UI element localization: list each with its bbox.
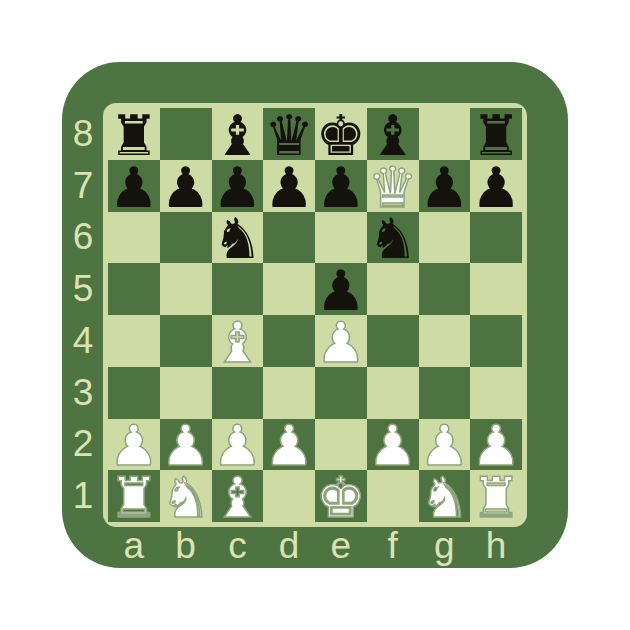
- square-g6[interactable]: [419, 212, 471, 264]
- square-a8[interactable]: ♜: [108, 108, 160, 160]
- square-g1[interactable]: ♞: [419, 470, 471, 522]
- square-b7[interactable]: ♟: [160, 160, 212, 212]
- black-pawn-e7: ♟: [316, 160, 366, 212]
- white-knight-b1: ♞: [161, 470, 211, 522]
- white-bishop-c1: ♝: [212, 470, 262, 522]
- square-e3[interactable]: [315, 367, 367, 419]
- black-rook-h8: ♜: [471, 108, 521, 160]
- square-b4[interactable]: [160, 315, 212, 367]
- square-d6[interactable]: [263, 212, 315, 264]
- square-h8[interactable]: ♜: [470, 108, 522, 160]
- square-f3[interactable]: [367, 367, 419, 419]
- file-label-d: d: [263, 525, 315, 567]
- white-pawn-d2: ♟: [264, 419, 314, 471]
- square-c1[interactable]: ♝: [212, 470, 264, 522]
- square-e4[interactable]: ♟: [315, 315, 367, 367]
- square-b5[interactable]: [160, 263, 212, 315]
- square-e6[interactable]: [315, 212, 367, 264]
- black-pawn-b7: ♟: [161, 160, 211, 212]
- square-h2[interactable]: ♟: [470, 419, 522, 471]
- square-h7[interactable]: ♟: [470, 160, 522, 212]
- square-d5[interactable]: [263, 263, 315, 315]
- square-e2[interactable]: [315, 419, 367, 471]
- square-g2[interactable]: ♟: [419, 419, 471, 471]
- square-h6[interactable]: [470, 212, 522, 264]
- black-bishop-c8: ♝: [212, 108, 262, 160]
- square-b3[interactable]: [160, 367, 212, 419]
- square-d1[interactable]: [263, 470, 315, 522]
- white-pawn-h2: ♟: [471, 419, 521, 471]
- square-g5[interactable]: [419, 263, 471, 315]
- square-e7[interactable]: ♟: [315, 160, 367, 212]
- black-knight-f6: ♞: [368, 212, 418, 264]
- square-d3[interactable]: [263, 367, 315, 419]
- rank-labels: 87654321: [66, 108, 100, 522]
- rank-label-6: 6: [66, 212, 100, 264]
- white-pawn-f2: ♟: [368, 419, 418, 471]
- rank-label-4: 4: [66, 315, 100, 367]
- square-h1[interactable]: ♜: [470, 470, 522, 522]
- square-g7[interactable]: ♟: [419, 160, 471, 212]
- square-c4[interactable]: ♝: [212, 315, 264, 367]
- square-f2[interactable]: ♟: [367, 419, 419, 471]
- white-knight-g1: ♞: [419, 470, 469, 522]
- white-rook-h1: ♜: [471, 470, 521, 522]
- file-label-e: e: [315, 525, 367, 567]
- rank-label-8: 8: [66, 108, 100, 160]
- black-pawn-e5: ♟: [316, 263, 366, 315]
- square-f8[interactable]: ♝: [367, 108, 419, 160]
- rank-label-5: 5: [66, 263, 100, 315]
- white-king-e1: ♚: [316, 470, 366, 522]
- square-e8[interactable]: ♚: [315, 108, 367, 160]
- square-c5[interactable]: [212, 263, 264, 315]
- square-d4[interactable]: [263, 315, 315, 367]
- square-c7[interactable]: ♟: [212, 160, 264, 212]
- black-king-e8: ♚: [316, 108, 366, 160]
- square-d7[interactable]: ♟: [263, 160, 315, 212]
- black-queen-d8: ♛: [264, 108, 314, 160]
- square-f5[interactable]: [367, 263, 419, 315]
- square-c8[interactable]: ♝: [212, 108, 264, 160]
- white-queen-f7: ♛: [368, 160, 418, 212]
- square-f4[interactable]: [367, 315, 419, 367]
- square-g4[interactable]: [419, 315, 471, 367]
- square-a7[interactable]: ♟: [108, 160, 160, 212]
- square-b8[interactable]: [160, 108, 212, 160]
- rank-label-3: 3: [66, 367, 100, 419]
- square-b6[interactable]: [160, 212, 212, 264]
- square-a5[interactable]: [108, 263, 160, 315]
- white-bishop-c4: ♝: [212, 315, 262, 367]
- rank-label-1: 1: [66, 470, 100, 522]
- black-bishop-f8: ♝: [368, 108, 418, 160]
- white-pawn-b2: ♟: [161, 419, 211, 471]
- black-pawn-g7: ♟: [419, 160, 469, 212]
- square-h3[interactable]: [470, 367, 522, 419]
- square-f7[interactable]: ♛: [367, 160, 419, 212]
- square-a1[interactable]: ♜: [108, 470, 160, 522]
- white-pawn-e4: ♟: [316, 315, 366, 367]
- square-d2[interactable]: ♟: [263, 419, 315, 471]
- square-a2[interactable]: ♟: [108, 419, 160, 471]
- square-d8[interactable]: ♛: [263, 108, 315, 160]
- square-g8[interactable]: [419, 108, 471, 160]
- square-g3[interactable]: [419, 367, 471, 419]
- square-h5[interactable]: [470, 263, 522, 315]
- file-label-h: h: [470, 525, 522, 567]
- black-pawn-c7: ♟: [212, 160, 262, 212]
- square-c6[interactable]: ♞: [212, 212, 264, 264]
- black-knight-c6: ♞: [212, 212, 262, 264]
- white-pawn-a2: ♟: [109, 419, 159, 471]
- chess-board: ♜♝♛♚♝♜♟♟♟♟♟♛♟♟♞♞♟♝♟♟♟♟♟♟♟♟♜♞♝♚♞♜: [108, 108, 522, 522]
- square-b1[interactable]: ♞: [160, 470, 212, 522]
- square-f6[interactable]: ♞: [367, 212, 419, 264]
- black-pawn-d7: ♟: [264, 160, 314, 212]
- rank-label-2: 2: [66, 419, 100, 471]
- file-labels: abcdefgh: [108, 525, 522, 567]
- square-a6[interactable]: [108, 212, 160, 264]
- square-f1[interactable]: [367, 470, 419, 522]
- white-pawn-c2: ♟: [212, 419, 262, 471]
- square-c3[interactable]: [212, 367, 264, 419]
- square-h4[interactable]: [470, 315, 522, 367]
- file-label-a: a: [108, 525, 160, 567]
- file-label-b: b: [160, 525, 212, 567]
- file-label-g: g: [419, 525, 471, 567]
- white-pawn-g2: ♟: [419, 419, 469, 471]
- file-label-f: f: [367, 525, 419, 567]
- black-rook-a8: ♜: [109, 108, 159, 160]
- square-a3[interactable]: [108, 367, 160, 419]
- square-b2[interactable]: ♟: [160, 419, 212, 471]
- square-c2[interactable]: ♟: [212, 419, 264, 471]
- chessboard-artwork: ♜♝♛♚♝♜♟♟♟♟♟♛♟♟♞♞♟♝♟♟♟♟♟♟♟♟♜♞♝♚♞♜ 8765432…: [0, 0, 630, 630]
- black-pawn-h7: ♟: [471, 160, 521, 212]
- square-a4[interactable]: [108, 315, 160, 367]
- square-e5[interactable]: ♟: [315, 263, 367, 315]
- white-rook-a1: ♜: [109, 470, 159, 522]
- square-e1[interactable]: ♚: [315, 470, 367, 522]
- rank-label-7: 7: [66, 160, 100, 212]
- black-pawn-a7: ♟: [109, 160, 159, 212]
- file-label-c: c: [212, 525, 264, 567]
